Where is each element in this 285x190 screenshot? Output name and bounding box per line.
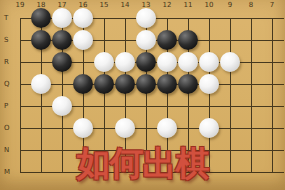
point-R13[interactable] <box>136 51 157 73</box>
black-stone-Q12 <box>157 74 177 94</box>
white-stone-R10 <box>199 52 219 72</box>
row-label-N: N <box>4 146 9 154</box>
point-N9[interactable] <box>220 139 241 161</box>
point-S7[interactable] <box>262 29 283 51</box>
point-O14[interactable] <box>115 117 136 139</box>
row-label-P: P <box>4 102 8 110</box>
point-S10[interactable] <box>199 29 220 51</box>
point-T17[interactable] <box>52 7 73 29</box>
point-O13[interactable] <box>136 117 157 139</box>
point-T8[interactable] <box>241 7 262 29</box>
point-O18[interactable] <box>31 117 52 139</box>
row-label-R: R <box>4 58 9 66</box>
black-stone-S17 <box>52 30 72 50</box>
point-S15[interactable] <box>94 29 115 51</box>
black-stone-Q14 <box>115 74 135 94</box>
white-stone-T13 <box>136 8 156 28</box>
point-T13[interactable] <box>136 7 157 29</box>
point-N19[interactable] <box>10 139 31 161</box>
black-stone-Q13 <box>136 74 156 94</box>
point-T15[interactable] <box>94 7 115 29</box>
black-stone-S11 <box>178 30 198 50</box>
point-Q8[interactable] <box>241 73 262 95</box>
black-stone-S18 <box>31 30 51 50</box>
point-P7[interactable] <box>262 95 283 117</box>
point-T19[interactable] <box>10 7 31 29</box>
white-stone-P17 <box>52 96 72 116</box>
point-R19[interactable] <box>10 51 31 73</box>
white-stone-O16 <box>73 118 93 138</box>
black-stone-Q15 <box>94 74 114 94</box>
point-O15[interactable] <box>94 117 115 139</box>
point-R8[interactable] <box>241 51 262 73</box>
white-stone-R9 <box>220 52 240 72</box>
white-stone-O10 <box>199 118 219 138</box>
row-label-T: T <box>4 14 8 22</box>
point-R11[interactable] <box>178 51 199 73</box>
point-N18[interactable] <box>31 139 52 161</box>
white-stone-S16 <box>73 30 93 50</box>
point-P15[interactable] <box>94 95 115 117</box>
go-app-screenshot: 19181716151413121110987 TSRQPONM 如何出棋 <box>0 0 285 190</box>
point-O7[interactable] <box>262 117 283 139</box>
black-stone-Q11 <box>178 74 198 94</box>
white-stone-T16 <box>73 8 93 28</box>
point-P14[interactable] <box>115 95 136 117</box>
point-O17[interactable] <box>52 117 73 139</box>
point-Q12[interactable] <box>157 73 178 95</box>
point-Q9[interactable] <box>220 73 241 95</box>
point-P12[interactable] <box>157 95 178 117</box>
point-R17[interactable] <box>52 51 73 73</box>
point-S19[interactable] <box>10 29 31 51</box>
point-R15[interactable] <box>94 51 115 73</box>
point-P18[interactable] <box>31 95 52 117</box>
point-S12[interactable] <box>157 29 178 51</box>
point-N7[interactable] <box>262 139 283 161</box>
white-stone-T17 <box>52 8 72 28</box>
point-P19[interactable] <box>10 95 31 117</box>
point-T16[interactable] <box>73 7 94 29</box>
point-S17[interactable] <box>52 29 73 51</box>
point-O10[interactable] <box>199 117 220 139</box>
point-R12[interactable] <box>157 51 178 73</box>
point-N17[interactable] <box>52 139 73 161</box>
point-T12[interactable] <box>157 7 178 29</box>
white-stone-R14 <box>115 52 135 72</box>
point-S18[interactable] <box>31 29 52 51</box>
point-S8[interactable] <box>241 29 262 51</box>
point-O8[interactable] <box>241 117 262 139</box>
point-R7[interactable] <box>262 51 283 73</box>
point-Q19[interactable] <box>10 73 31 95</box>
point-S16[interactable] <box>73 29 94 51</box>
point-P8[interactable] <box>241 95 262 117</box>
point-M7[interactable] <box>262 161 283 183</box>
point-Q13[interactable] <box>136 73 157 95</box>
point-R16[interactable] <box>73 51 94 73</box>
point-O16[interactable] <box>73 117 94 139</box>
white-stone-O12 <box>157 118 177 138</box>
point-Q17[interactable] <box>52 73 73 95</box>
point-Q14[interactable] <box>115 73 136 95</box>
title-overlay: 如何出棋 <box>77 141 209 187</box>
point-T10[interactable] <box>199 7 220 29</box>
point-P10[interactable] <box>199 95 220 117</box>
point-T11[interactable] <box>178 7 199 29</box>
point-Q11[interactable] <box>178 73 199 95</box>
point-R18[interactable] <box>31 51 52 73</box>
point-R14[interactable] <box>115 51 136 73</box>
point-O9[interactable] <box>220 117 241 139</box>
point-M9[interactable] <box>220 161 241 183</box>
black-stone-T18 <box>31 8 51 28</box>
point-T14[interactable] <box>115 7 136 29</box>
point-Q10[interactable] <box>199 73 220 95</box>
point-P9[interactable] <box>220 95 241 117</box>
point-R9[interactable] <box>220 51 241 73</box>
black-stone-R17 <box>52 52 72 72</box>
point-P11[interactable] <box>178 95 199 117</box>
white-stone-R12 <box>157 52 177 72</box>
point-S13[interactable] <box>136 29 157 51</box>
point-T7[interactable] <box>262 7 283 29</box>
point-S11[interactable] <box>178 29 199 51</box>
point-M18[interactable] <box>31 161 52 183</box>
point-Q15[interactable] <box>94 73 115 95</box>
point-O19[interactable] <box>10 117 31 139</box>
black-stone-R13 <box>136 52 156 72</box>
point-T18[interactable] <box>31 7 52 29</box>
point-S9[interactable] <box>220 29 241 51</box>
point-R10[interactable] <box>199 51 220 73</box>
row-label-S: S <box>4 36 8 44</box>
point-S14[interactable] <box>115 29 136 51</box>
point-T9[interactable] <box>220 7 241 29</box>
point-P16[interactable] <box>73 95 94 117</box>
point-M8[interactable] <box>241 161 262 183</box>
white-stone-S13 <box>136 30 156 50</box>
white-stone-Q10 <box>199 74 219 94</box>
white-stone-R11 <box>178 52 198 72</box>
point-Q7[interactable] <box>262 73 283 95</box>
point-O12[interactable] <box>157 117 178 139</box>
point-P17[interactable] <box>52 95 73 117</box>
white-stone-Q18 <box>31 74 51 94</box>
point-P13[interactable] <box>136 95 157 117</box>
point-Q16[interactable] <box>73 73 94 95</box>
point-N8[interactable] <box>241 139 262 161</box>
black-stone-Q16 <box>73 74 93 94</box>
point-M17[interactable] <box>52 161 73 183</box>
point-O11[interactable] <box>178 117 199 139</box>
point-M19[interactable] <box>10 161 31 183</box>
point-Q18[interactable] <box>31 73 52 95</box>
white-stone-O14 <box>115 118 135 138</box>
black-stone-S12 <box>157 30 177 50</box>
white-stone-R15 <box>94 52 114 72</box>
